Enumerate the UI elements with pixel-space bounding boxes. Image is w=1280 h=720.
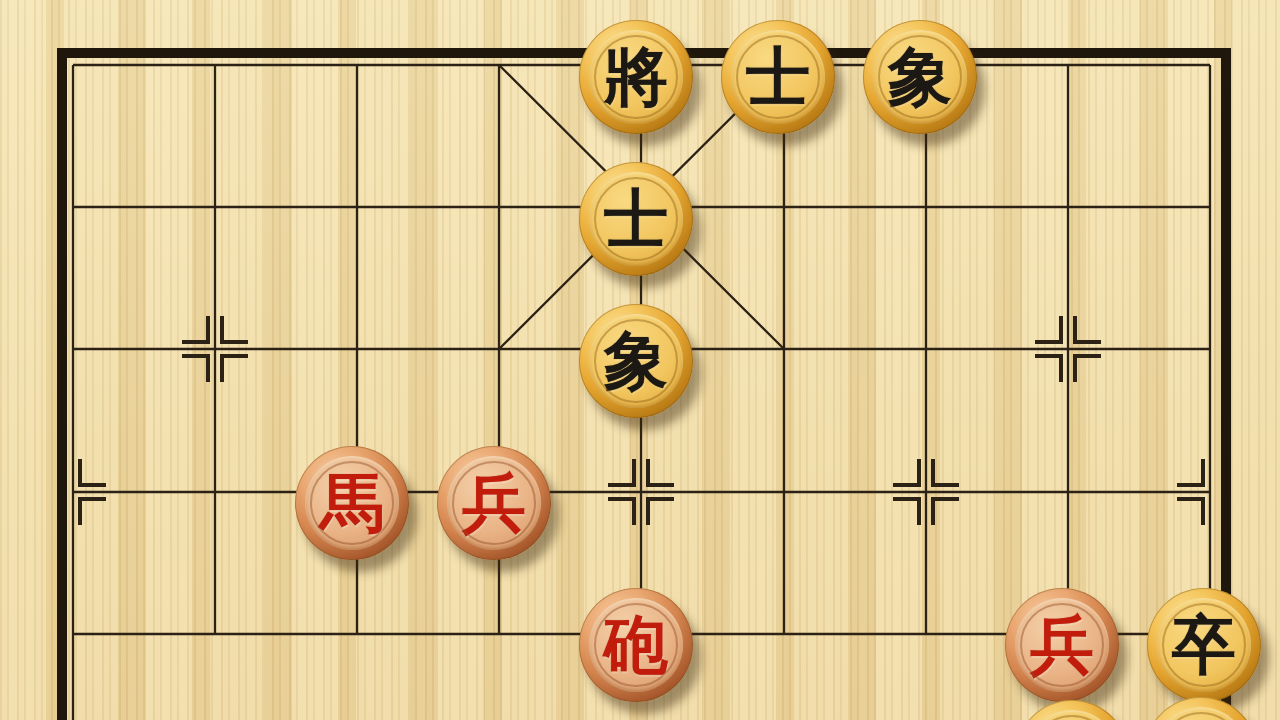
piece-character: 馬 (320, 471, 384, 535)
piece-black-advisor-a[interactable]: 士 (721, 20, 835, 134)
piece-red-cannon[interactable]: 砲 (579, 588, 693, 702)
piece-red-soldier-b[interactable]: 兵 (1005, 588, 1119, 702)
piece-black-advisor-b[interactable]: 士 (579, 162, 693, 276)
piece-character: 士 (746, 45, 810, 109)
piece-face: 卒 (1157, 598, 1251, 692)
piece-face: 士 (589, 172, 683, 266)
piece-character: 將 (604, 45, 668, 109)
piece-face: 將 (589, 30, 683, 124)
piece-face: 兵 (1015, 598, 1109, 692)
piece-character: 象 (604, 329, 668, 393)
piece-face (1154, 707, 1248, 720)
piece-face: 士 (731, 30, 825, 124)
piece-face: 馬 (305, 456, 399, 550)
piece-black-elephant-b[interactable]: 象 (579, 304, 693, 418)
piece-face: 象 (873, 30, 967, 124)
piece-black-soldier[interactable]: 卒 (1147, 588, 1261, 702)
piece-character: 卒 (1172, 613, 1236, 677)
piece-face: 象 (589, 314, 683, 408)
piece-layer: 將士象士象馬兵砲兵卒 (2, 0, 1280, 704)
piece-black-elephant-a[interactable]: 象 (863, 20, 977, 134)
piece-red-horse[interactable]: 馬 (295, 446, 409, 560)
piece-black-general[interactable]: 將 (579, 20, 693, 134)
piece-face (1025, 710, 1119, 720)
piece-character: 士 (604, 187, 668, 251)
piece-red-soldier-a[interactable]: 兵 (437, 446, 551, 560)
piece-character: 兵 (462, 471, 526, 535)
piece-face: 兵 (447, 456, 541, 550)
piece-character: 象 (888, 45, 952, 109)
piece-character: 兵 (1030, 613, 1094, 677)
piece-face: 砲 (589, 598, 683, 692)
piece-character: 砲 (604, 613, 668, 677)
